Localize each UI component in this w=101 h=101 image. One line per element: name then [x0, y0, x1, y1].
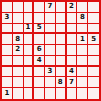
cell-r8c4[interactable] — [34, 77, 45, 88]
cell-r9c7[interactable] — [67, 88, 78, 99]
cell-r9c8[interactable] — [77, 88, 88, 99]
cell-r1c5: 7 — [45, 2, 56, 13]
cell-r1c6[interactable] — [56, 2, 67, 13]
cell-r4c6[interactable] — [56, 34, 67, 45]
cell-r9c5[interactable] — [45, 88, 56, 99]
cell-r2c7[interactable] — [67, 13, 78, 24]
cell-r8c9[interactable] — [88, 77, 99, 88]
cell-r7c2[interactable] — [13, 67, 24, 78]
cell-r9c6[interactable] — [56, 88, 67, 99]
cell-r6c8[interactable] — [77, 56, 88, 67]
cell-r6c1[interactable] — [2, 56, 13, 67]
cell-r9c4[interactable] — [34, 88, 45, 99]
cell-r1c8[interactable] — [77, 2, 88, 13]
cell-r5c6[interactable] — [56, 45, 67, 56]
cell-r8c5[interactable] — [45, 77, 56, 88]
cell-r6c3[interactable] — [24, 56, 35, 67]
cell-r2c6[interactable] — [56, 13, 67, 24]
cell-r2c5[interactable] — [45, 13, 56, 24]
cell-r3c9[interactable] — [88, 24, 99, 35]
cell-r8c1[interactable] — [2, 77, 13, 88]
cell-r3c5[interactable] — [45, 24, 56, 35]
cell-r7c1[interactable] — [2, 67, 13, 78]
cell-r5c4: 6 — [34, 45, 45, 56]
cell-r4c1[interactable] — [2, 34, 13, 45]
cell-r1c7: 2 — [67, 2, 78, 13]
cell-r7c4[interactable] — [34, 67, 45, 78]
cell-r9c9[interactable] — [88, 88, 99, 99]
cell-r3c4: 5 — [34, 24, 45, 35]
cell-r5c8[interactable] — [77, 45, 88, 56]
cell-r2c1: 3 — [2, 13, 13, 24]
cell-r1c2[interactable] — [13, 2, 24, 13]
cell-r3c2[interactable] — [13, 24, 24, 35]
cell-r9c1: 1 — [2, 88, 13, 99]
cell-r2c3[interactable] — [24, 13, 35, 24]
cell-r8c7: 7 — [67, 77, 78, 88]
cell-r4c9: 5 — [88, 34, 99, 45]
cell-r8c3[interactable] — [24, 77, 35, 88]
cell-r3c3: 1 — [24, 24, 35, 35]
cell-r2c4[interactable] — [34, 13, 45, 24]
sudoku-board: 72381581526434871 — [0, 0, 101, 101]
cell-r4c5[interactable] — [45, 34, 56, 45]
cell-r7c8[interactable] — [77, 67, 88, 78]
cell-r5c2: 2 — [13, 45, 24, 56]
cell-r5c5[interactable] — [45, 45, 56, 56]
cell-r2c9[interactable] — [88, 13, 99, 24]
cell-r8c2[interactable] — [13, 77, 24, 88]
cell-r5c7[interactable] — [67, 45, 78, 56]
cell-r8c8[interactable] — [77, 77, 88, 88]
cell-r1c4[interactable] — [34, 2, 45, 13]
cell-r8c6: 8 — [56, 77, 67, 88]
cell-r7c7: 4 — [67, 67, 78, 78]
cell-r6c9[interactable] — [88, 56, 99, 67]
cell-r5c9[interactable] — [88, 45, 99, 56]
cell-r2c8: 8 — [77, 13, 88, 24]
cell-r6c6[interactable] — [56, 56, 67, 67]
cell-r4c3[interactable] — [24, 34, 35, 45]
cell-r1c3[interactable] — [24, 2, 35, 13]
cell-r7c3[interactable] — [24, 67, 35, 78]
cell-r9c3[interactable] — [24, 88, 35, 99]
cell-r3c8[interactable] — [77, 24, 88, 35]
cell-r6c7[interactable] — [67, 56, 78, 67]
cell-r7c9[interactable] — [88, 67, 99, 78]
cell-r3c7[interactable] — [67, 24, 78, 35]
cell-r4c8: 1 — [77, 34, 88, 45]
cell-r3c1[interactable] — [2, 24, 13, 35]
cell-r9c2[interactable] — [13, 88, 24, 99]
cell-r4c7[interactable] — [67, 34, 78, 45]
cell-r7c5: 3 — [45, 67, 56, 78]
cell-r7c6[interactable] — [56, 67, 67, 78]
cell-r4c2: 8 — [13, 34, 24, 45]
cell-r1c1[interactable] — [2, 2, 13, 13]
cell-r5c3[interactable] — [24, 45, 35, 56]
cell-r3c6[interactable] — [56, 24, 67, 35]
cell-r6c2[interactable] — [13, 56, 24, 67]
cell-r2c2[interactable] — [13, 13, 24, 24]
cell-r6c5[interactable] — [45, 56, 56, 67]
cell-r4c4[interactable] — [34, 34, 45, 45]
cell-r1c9[interactable] — [88, 2, 99, 13]
cell-r6c4: 4 — [34, 56, 45, 67]
cell-r5c1[interactable] — [2, 45, 13, 56]
